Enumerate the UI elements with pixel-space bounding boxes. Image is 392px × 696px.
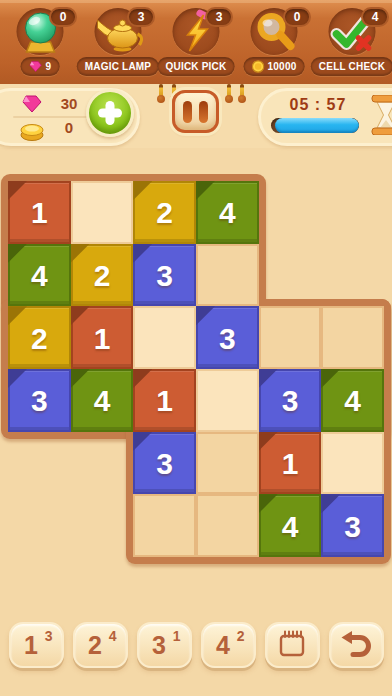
notepad-icon xyxy=(277,629,307,662)
cell-number: 3 xyxy=(156,449,173,479)
cell-r4c1[interactable]: 3 xyxy=(8,369,71,432)
cell-r2c4[interactable] xyxy=(196,244,259,307)
coin-balance: 0 xyxy=(47,119,91,136)
gem-icon xyxy=(21,94,43,118)
cell-number: 3 xyxy=(344,512,361,542)
cell-r3c3[interactable] xyxy=(133,306,196,369)
cell-r6c4[interactable] xyxy=(196,494,259,557)
tool-magic-lamp[interactable]: 3 MAGIC LAMP xyxy=(80,0,156,84)
tool-crystal-ball[interactable]: 0 9 xyxy=(2,0,78,84)
cell-corner-fold xyxy=(259,369,278,388)
numpad: 1 3 2 4 3 1 4 2 xyxy=(0,622,392,668)
timer-progress-fill xyxy=(275,118,359,133)
quick-pick-label: QUICK PICK xyxy=(158,57,235,76)
cell-corner-fold xyxy=(321,494,340,513)
cell-number: 3 xyxy=(31,386,48,416)
cell-r6c5[interactable]: 4 xyxy=(259,494,322,557)
cell-r1c1[interactable]: 1 xyxy=(8,181,71,244)
cell-r4c6[interactable]: 4 xyxy=(321,369,384,432)
cell-number: 2 xyxy=(156,198,173,228)
cell-number: 3 xyxy=(282,386,299,416)
cell-number: 3 xyxy=(219,324,236,354)
cell-number: 4 xyxy=(219,198,236,228)
cell-r4c4[interactable] xyxy=(196,369,259,432)
cell-r1c4[interactable]: 4 xyxy=(196,181,259,244)
cell-corner-fold xyxy=(321,369,340,388)
cell-r5c4[interactable] xyxy=(196,432,259,495)
timer-progress-track xyxy=(271,118,359,133)
cell-r2c2[interactable]: 2 xyxy=(71,244,134,307)
cell-r3c6[interactable] xyxy=(321,306,384,369)
cell-corner-fold xyxy=(8,244,27,263)
cell-number: 1 xyxy=(94,324,111,354)
gems-pill: 9 xyxy=(21,57,60,76)
cell-corner-fold xyxy=(133,181,152,200)
magic-lamp-badge: 3 xyxy=(127,7,155,27)
coins-count: 10000 xyxy=(268,61,297,72)
pause-icon xyxy=(199,101,208,123)
tool-cell-check[interactable]: 4 CELL CHECK xyxy=(314,0,390,84)
peg-icon xyxy=(240,84,244,99)
cell-corner-fold xyxy=(71,244,90,263)
cell-r3c2[interactable]: 1 xyxy=(71,306,134,369)
cell-r4c3[interactable]: 1 xyxy=(133,369,196,432)
cell-corner-fold xyxy=(8,181,27,200)
cell-r5c3[interactable]: 3 xyxy=(133,432,196,495)
cell-r4c5[interactable]: 3 xyxy=(259,369,322,432)
cell-r2c1[interactable]: 4 xyxy=(8,244,71,307)
pause-button[interactable] xyxy=(172,90,219,133)
cell-corner-fold xyxy=(259,494,278,513)
peg-icon xyxy=(227,84,231,99)
cell-number: 1 xyxy=(282,449,299,479)
crystal-ball-badge: 0 xyxy=(49,7,77,27)
toolbar: 0 9 xyxy=(0,0,392,84)
cell-corner-fold xyxy=(133,369,152,388)
cell-r2c3[interactable]: 3 xyxy=(133,244,196,307)
digit-key-2[interactable]: 2 4 xyxy=(73,622,128,668)
timer-text: 05 : 57 xyxy=(275,96,361,114)
cell-check-badge: 4 xyxy=(361,7,389,27)
cell-corner-fold xyxy=(71,369,90,388)
gems-count: 9 xyxy=(46,61,52,72)
magic-lamp-label: MAGIC LAMP xyxy=(77,57,159,76)
cell-corner-fold xyxy=(133,244,152,263)
peg-icon xyxy=(159,84,163,99)
digit-key-4[interactable]: 4 2 xyxy=(201,622,256,668)
cell-r3c1[interactable]: 2 xyxy=(8,306,71,369)
tool-quick-pick[interactable]: 3 QUICK PICK xyxy=(158,0,234,84)
cell-r6c3[interactable] xyxy=(133,494,196,557)
cell-r1c3[interactable]: 2 xyxy=(133,181,196,244)
undo-icon xyxy=(340,629,372,662)
board-cells: 124423213341343143 xyxy=(8,181,384,557)
timer-panel: 05 : 57 xyxy=(258,88,392,146)
coins-icon xyxy=(19,120,45,146)
gem-icon xyxy=(29,60,43,73)
cell-number: 4 xyxy=(344,386,361,416)
cell-number: 1 xyxy=(31,198,48,228)
notes-button[interactable] xyxy=(265,622,320,668)
cell-corner-fold xyxy=(196,306,215,325)
cell-corner-fold xyxy=(133,432,152,451)
coins-pill: 10000 xyxy=(244,57,305,76)
gem-balance: 30 xyxy=(47,95,91,112)
undo-button[interactable] xyxy=(329,622,384,668)
cell-r4c2[interactable]: 4 xyxy=(71,369,134,432)
quick-pick-badge: 3 xyxy=(205,7,233,27)
cell-r5c6[interactable] xyxy=(321,432,384,495)
cell-number: 4 xyxy=(282,512,299,542)
cell-r3c5[interactable] xyxy=(259,306,322,369)
digit-key-3[interactable]: 3 1 xyxy=(137,622,192,668)
digit-key-1[interactable]: 1 3 xyxy=(9,622,64,668)
cell-corner-fold xyxy=(71,306,90,325)
hourglass-icon xyxy=(369,95,392,139)
cell-number: 4 xyxy=(31,261,48,291)
tool-magnifier[interactable]: 0 10000 xyxy=(236,0,312,84)
cell-number: 4 xyxy=(94,386,111,416)
magnifier-badge: 0 xyxy=(283,7,311,27)
app-screen: 0 9 xyxy=(0,0,392,696)
cell-number: 1 xyxy=(156,386,173,416)
cell-number: 2 xyxy=(94,261,111,291)
cell-corner-fold xyxy=(8,306,27,325)
coin-icon xyxy=(252,60,265,73)
cell-r3c4[interactable]: 3 xyxy=(196,306,259,369)
add-resources-button[interactable] xyxy=(86,89,134,137)
pause-icon xyxy=(183,101,192,123)
board: 124423213341343143 xyxy=(1,174,391,564)
cell-number: 3 xyxy=(156,261,173,291)
cell-r6c6[interactable]: 3 xyxy=(321,494,384,557)
cell-number: 2 xyxy=(31,324,48,354)
cell-corner-fold xyxy=(259,432,278,451)
cell-check-label: CELL CHECK xyxy=(311,57,392,76)
cell-corner-fold xyxy=(196,181,215,200)
cell-corner-fold xyxy=(8,369,27,388)
cell-r5c5[interactable]: 1 xyxy=(259,432,322,495)
cell-r1c2[interactable] xyxy=(71,181,134,244)
